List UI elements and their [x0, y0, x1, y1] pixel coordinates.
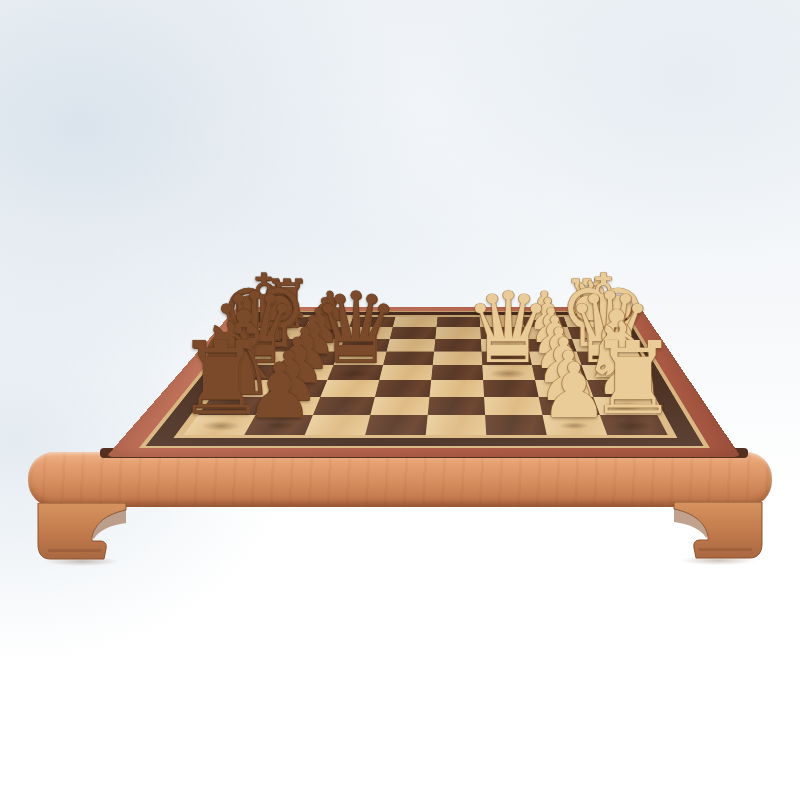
square-g7 — [299, 327, 349, 339]
square-c1 — [587, 380, 648, 397]
square-h5 — [393, 317, 438, 328]
square-d4 — [431, 365, 483, 380]
table-leg-left — [36, 503, 128, 561]
square-h1 — [564, 317, 612, 328]
table-leg-right — [672, 502, 764, 560]
square-f1 — [572, 339, 624, 352]
square-f2 — [526, 339, 576, 352]
square-e6 — [333, 352, 386, 366]
square-d5 — [379, 365, 432, 380]
square-g8 — [253, 327, 305, 339]
square-a5 — [365, 415, 428, 435]
square-h4 — [436, 317, 480, 328]
square-g2 — [524, 327, 572, 339]
square-e3 — [482, 352, 532, 366]
square-d3 — [482, 365, 535, 380]
square-c7 — [266, 380, 327, 397]
square-c8 — [211, 380, 275, 397]
square-c2 — [535, 380, 593, 397]
square-e4 — [433, 352, 483, 366]
square-c5 — [375, 380, 431, 397]
square-e7 — [284, 352, 339, 366]
square-b5 — [370, 397, 429, 415]
square-f8 — [244, 339, 299, 352]
square-g6 — [344, 327, 393, 339]
square-b3 — [484, 397, 542, 415]
square-a4 — [426, 415, 487, 435]
square-g4 — [435, 327, 481, 339]
square-h7 — [305, 317, 353, 328]
square-b7 — [256, 397, 321, 415]
square-a2 — [542, 415, 607, 435]
square-f3 — [481, 339, 529, 352]
square-h2 — [522, 317, 568, 328]
square-h6 — [349, 317, 395, 328]
square-f6 — [339, 339, 390, 352]
square-d8 — [223, 365, 283, 380]
square-h8 — [262, 317, 312, 328]
square-h3 — [480, 317, 524, 328]
product-photo-scene: ♜♞♝♛♚♝♞♜♟♟♟♟♟♟♟♟♛♛♟♟♟♟♟♟♟♟♜♞♝♛♚♝♞♜ — [0, 0, 800, 800]
square-c3 — [483, 380, 538, 397]
square-c4 — [430, 380, 485, 397]
table-base-front-rail — [28, 452, 772, 507]
square-f4 — [434, 339, 482, 352]
square-e5 — [383, 352, 434, 366]
square-a3 — [485, 415, 547, 435]
square-b6 — [313, 397, 375, 415]
square-g1 — [568, 327, 618, 339]
square-d1 — [582, 365, 639, 380]
square-a6 — [305, 415, 371, 435]
square-g5 — [390, 327, 437, 339]
square-a1 — [600, 415, 668, 435]
square-e2 — [529, 352, 582, 366]
square-d2 — [532, 365, 587, 380]
square-g3 — [480, 327, 526, 339]
square-b1 — [593, 397, 657, 415]
square-a7 — [244, 415, 313, 435]
square-d7 — [275, 365, 333, 380]
square-b2 — [539, 397, 600, 415]
square-e8 — [234, 352, 291, 366]
square-f7 — [292, 339, 345, 352]
square-b4 — [428, 397, 485, 415]
square-e1 — [577, 352, 632, 366]
square-f5 — [387, 339, 436, 352]
square-d6 — [327, 365, 383, 380]
square-c6 — [320, 380, 379, 397]
board-squares-grid — [184, 317, 668, 436]
